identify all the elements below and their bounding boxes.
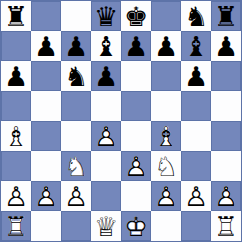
square-e4[interactable]	[121, 121, 151, 151]
piece-black-king-icon[interactable]: ♚	[121, 1, 151, 31]
piece-black-pawn-icon[interactable]: ♟	[151, 31, 181, 61]
square-e3[interactable]: ♟♙	[121, 151, 151, 181]
white-bishop-outline-glyph: ♗	[151, 121, 181, 151]
square-d7[interactable]: ♝	[91, 31, 121, 61]
square-g2[interactable]: ♟♙	[181, 181, 211, 211]
piece-black-pawn-icon[interactable]: ♟	[91, 61, 121, 91]
piece-white-rook-icon[interactable]: ♜♖	[211, 211, 241, 241]
white-knight-outline-glyph: ♘	[151, 151, 181, 181]
square-c1[interactable]	[61, 211, 91, 241]
square-h4[interactable]	[211, 121, 241, 151]
piece-black-knight-icon[interactable]: ♞	[61, 61, 91, 91]
square-e7[interactable]: ♟	[121, 31, 151, 61]
piece-black-knight-icon[interactable]: ♞	[181, 1, 211, 31]
white-pawn-outline-glyph: ♙	[61, 181, 91, 211]
square-b4[interactable]	[31, 121, 61, 151]
square-b1[interactable]	[31, 211, 61, 241]
square-f1[interactable]	[151, 211, 181, 241]
square-h1[interactable]: ♜♖	[211, 211, 241, 241]
piece-white-knight-icon[interactable]: ♞♘	[151, 151, 181, 181]
piece-white-pawn-icon[interactable]: ♟♙	[1, 181, 31, 211]
square-g5[interactable]	[181, 91, 211, 121]
square-c2[interactable]: ♟♙	[61, 181, 91, 211]
square-d8[interactable]: ♛	[91, 1, 121, 31]
piece-white-pawn-icon[interactable]: ♟♙	[31, 181, 61, 211]
white-pawn-outline-glyph: ♙	[151, 181, 181, 211]
white-queen-outline-glyph: ♕	[91, 211, 121, 241]
white-rook-outline-glyph: ♖	[1, 211, 31, 241]
square-c8[interactable]	[61, 1, 91, 31]
square-d3[interactable]	[91, 151, 121, 181]
square-b5[interactable]	[31, 91, 61, 121]
square-f7[interactable]: ♟	[151, 31, 181, 61]
piece-black-pawn-icon[interactable]: ♟	[181, 61, 211, 91]
square-f8[interactable]	[151, 1, 181, 31]
square-h3[interactable]	[211, 151, 241, 181]
piece-black-rook-icon[interactable]: ♜	[1, 1, 31, 31]
white-pawn-outline-glyph: ♙	[91, 121, 121, 151]
square-d1[interactable]: ♛♕	[91, 211, 121, 241]
piece-black-queen-icon[interactable]: ♛	[91, 1, 121, 31]
square-d2[interactable]	[91, 181, 121, 211]
square-a4[interactable]: ♝♗	[1, 121, 31, 151]
square-e8[interactable]: ♚	[121, 1, 151, 31]
square-g6[interactable]: ♟	[181, 61, 211, 91]
piece-white-bishop-icon[interactable]: ♝♗	[1, 121, 31, 151]
piece-white-pawn-icon[interactable]: ♟♙	[61, 181, 91, 211]
square-d5[interactable]	[91, 91, 121, 121]
square-b8[interactable]	[31, 1, 61, 31]
piece-black-pawn-icon[interactable]: ♟	[211, 31, 241, 61]
square-d6[interactable]: ♟	[91, 61, 121, 91]
piece-black-bishop-icon[interactable]: ♝	[91, 31, 121, 61]
square-b6[interactable]	[31, 61, 61, 91]
chess-board: ♜♛♚♞♜♟♟♝♟♟♝♟♟♞♟♟♝♗♟♙♝♗♞♘♟♙♞♘♟♙♟♙♟♙♟♙♟♙♟♙…	[0, 0, 242, 242]
square-c4[interactable]	[61, 121, 91, 151]
square-a1[interactable]: ♜♖	[1, 211, 31, 241]
white-pawn-outline-glyph: ♙	[211, 181, 241, 211]
square-c5[interactable]	[61, 91, 91, 121]
square-a3[interactable]	[1, 151, 31, 181]
piece-black-pawn-icon[interactable]: ♟	[31, 31, 61, 61]
square-f4[interactable]: ♝♗	[151, 121, 181, 151]
piece-white-king-icon[interactable]: ♚♔	[121, 211, 151, 241]
square-g8[interactable]: ♞	[181, 1, 211, 31]
square-f2[interactable]: ♟♙	[151, 181, 181, 211]
square-e1[interactable]: ♚♔	[121, 211, 151, 241]
square-h2[interactable]: ♟♙	[211, 181, 241, 211]
piece-white-pawn-icon[interactable]: ♟♙	[121, 151, 151, 181]
square-h8[interactable]: ♜	[211, 1, 241, 31]
square-c6[interactable]: ♞	[61, 61, 91, 91]
chess-diagram: ♜♛♚♞♜♟♟♝♟♟♝♟♟♞♟♟♝♗♟♙♝♗♞♘♟♙♞♘♟♙♟♙♟♙♟♙♟♙♟♙…	[0, 0, 242, 242]
piece-black-pawn-icon[interactable]: ♟	[121, 31, 151, 61]
white-pawn-outline-glyph: ♙	[31, 181, 61, 211]
piece-black-rook-icon[interactable]: ♜	[211, 1, 241, 31]
piece-white-pawn-icon[interactable]: ♟♙	[211, 181, 241, 211]
square-c7[interactable]: ♟	[61, 31, 91, 61]
square-e6[interactable]	[121, 61, 151, 91]
square-f5[interactable]	[151, 91, 181, 121]
white-knight-outline-glyph: ♘	[61, 151, 91, 181]
piece-white-bishop-icon[interactable]: ♝♗	[151, 121, 181, 151]
square-g3[interactable]	[181, 151, 211, 181]
square-f3[interactable]: ♞♘	[151, 151, 181, 181]
square-g1[interactable]	[181, 211, 211, 241]
piece-white-pawn-icon[interactable]: ♟♙	[91, 121, 121, 151]
square-f6[interactable]	[151, 61, 181, 91]
square-b3[interactable]	[31, 151, 61, 181]
piece-black-pawn-icon[interactable]: ♟	[61, 31, 91, 61]
piece-white-pawn-icon[interactable]: ♟♙	[151, 181, 181, 211]
piece-white-rook-icon[interactable]: ♜♖	[1, 211, 31, 241]
square-b2[interactable]: ♟♙	[31, 181, 61, 211]
square-e2[interactable]	[121, 181, 151, 211]
square-e5[interactable]	[121, 91, 151, 121]
square-a2[interactable]: ♟♙	[1, 181, 31, 211]
white-pawn-outline-glyph: ♙	[181, 181, 211, 211]
square-g7[interactable]: ♝	[181, 31, 211, 61]
square-a7[interactable]	[1, 31, 31, 61]
square-a6[interactable]: ♟	[1, 61, 31, 91]
white-pawn-outline-glyph: ♙	[121, 151, 151, 181]
white-bishop-outline-glyph: ♗	[1, 121, 31, 151]
square-b7[interactable]: ♟	[31, 31, 61, 61]
square-a5[interactable]	[1, 91, 31, 121]
white-king-outline-glyph: ♔	[121, 211, 151, 241]
square-h7[interactable]: ♟	[211, 31, 241, 61]
piece-black-pawn-icon[interactable]: ♟	[1, 61, 31, 91]
white-rook-outline-glyph: ♖	[211, 211, 241, 241]
square-c3[interactable]: ♞♘	[61, 151, 91, 181]
white-pawn-outline-glyph: ♙	[1, 181, 31, 211]
square-h5[interactable]	[211, 91, 241, 121]
square-h6[interactable]	[211, 61, 241, 91]
piece-white-queen-icon[interactable]: ♛♕	[91, 211, 121, 241]
square-a8[interactable]: ♜	[1, 1, 31, 31]
piece-white-pawn-icon[interactable]: ♟♙	[181, 181, 211, 211]
piece-white-knight-icon[interactable]: ♞♘	[61, 151, 91, 181]
square-g4[interactable]	[181, 121, 211, 151]
square-d4[interactable]: ♟♙	[91, 121, 121, 151]
piece-black-bishop-icon[interactable]: ♝	[181, 31, 211, 61]
